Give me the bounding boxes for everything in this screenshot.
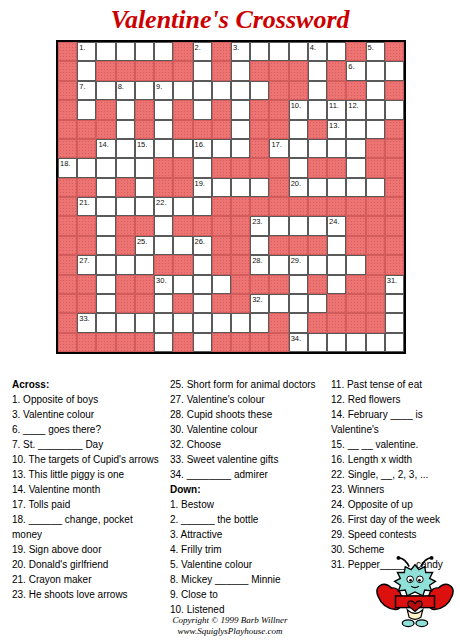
open-cell[interactable]	[366, 61, 385, 80]
open-cell[interactable]: 15.	[135, 139, 154, 158]
block-cell	[346, 294, 365, 313]
open-cell[interactable]	[173, 81, 192, 100]
open-cell[interactable]	[154, 333, 173, 352]
clue: 8. Mickey ______ Minnie	[170, 572, 322, 587]
clue-list-header: Down:	[170, 482, 322, 497]
open-cell[interactable]	[327, 42, 346, 61]
open-cell[interactable]: 11.	[327, 100, 346, 119]
open-cell[interactable]: 30.	[154, 275, 173, 294]
block-cell	[346, 313, 365, 332]
open-cell[interactable]	[289, 313, 308, 332]
open-cell[interactable]: 14.	[96, 139, 115, 158]
block-cell	[250, 139, 269, 158]
block-cell	[327, 313, 346, 332]
open-cell[interactable]	[135, 158, 154, 177]
open-cell[interactable]: 25.	[135, 236, 154, 255]
clue-column: Across:1. Opposite of boys3. Valentine c…	[12, 377, 162, 602]
clue: 22. Single, __, 2, 3, ...	[331, 467, 458, 482]
open-cell[interactable]	[385, 294, 404, 313]
open-cell[interactable]	[193, 61, 212, 80]
open-cell[interactable]: 7.	[77, 81, 96, 100]
open-cell[interactable]	[154, 216, 173, 235]
clue-number: 28.	[252, 256, 262, 265]
open-cell[interactable]	[96, 255, 115, 274]
block-cell	[212, 120, 231, 139]
open-cell[interactable]: 34.	[289, 333, 308, 352]
block-cell	[58, 197, 77, 216]
open-cell[interactable]: 27.	[77, 255, 96, 274]
clue-number: 20.	[291, 179, 301, 188]
block-cell	[58, 120, 77, 139]
open-cell[interactable]	[250, 313, 269, 332]
open-cell[interactable]	[250, 42, 269, 61]
open-cell[interactable]	[346, 255, 365, 274]
clue-number: 32.	[252, 295, 262, 304]
open-cell[interactable]: 21.	[77, 197, 96, 216]
crossword-page: Valentine's Crossword 1.2.3.4.5.6.7.8.9.…	[0, 0, 460, 644]
block-cell	[366, 197, 385, 216]
block-cell	[385, 216, 404, 235]
open-cell[interactable]	[346, 120, 365, 139]
open-cell[interactable]	[327, 139, 346, 158]
footer: Copyright © 1999 Barb Willner www.Squigl…	[0, 615, 460, 637]
open-cell[interactable]: 6.	[346, 61, 365, 80]
clue: 2. ______ the bottle	[170, 512, 322, 527]
clue: 29. Speed contests	[331, 527, 458, 542]
open-cell[interactable]	[346, 139, 365, 158]
block-cell	[366, 313, 385, 332]
block-cell	[289, 236, 308, 255]
open-cell[interactable]	[116, 158, 135, 177]
open-cell[interactable]	[308, 61, 327, 80]
clue-number: 16.	[195, 140, 205, 149]
open-cell[interactable]	[366, 100, 385, 119]
block-cell	[327, 197, 346, 216]
block-cell	[308, 275, 327, 294]
block-cell	[173, 333, 192, 352]
clue: 3. Valentine colour	[12, 407, 162, 422]
block-cell	[250, 158, 269, 177]
clue: 3. Attractive	[170, 527, 322, 542]
open-cell[interactable]	[308, 139, 327, 158]
open-cell[interactable]	[250, 81, 269, 100]
block-cell	[173, 216, 192, 235]
block-cell	[116, 294, 135, 313]
clue-number: 2.	[195, 43, 201, 52]
open-cell[interactable]	[308, 294, 327, 313]
block-cell	[173, 100, 192, 119]
open-cell[interactable]: 8.	[116, 81, 135, 100]
clue-number: 34.	[291, 334, 301, 343]
block-cell	[116, 236, 135, 255]
clue-number: 17.	[271, 140, 281, 149]
block-cell	[77, 294, 96, 313]
clue-number: 7.	[79, 82, 85, 91]
block-cell	[212, 216, 231, 235]
open-cell[interactable]	[346, 158, 365, 177]
open-cell[interactable]	[193, 255, 212, 274]
block-cell	[327, 61, 346, 80]
open-cell[interactable]: 3.	[231, 42, 250, 61]
open-cell[interactable]	[385, 333, 404, 352]
block-cell	[346, 42, 365, 61]
block-cell	[289, 61, 308, 80]
open-cell[interactable]	[231, 61, 250, 80]
open-cell[interactable]	[308, 216, 327, 235]
open-cell[interactable]	[289, 158, 308, 177]
clue: 9. Close to	[170, 587, 322, 602]
block-cell	[366, 139, 385, 158]
open-cell[interactable]: 22.	[154, 197, 173, 216]
open-cell[interactable]	[96, 81, 115, 100]
open-cell[interactable]	[135, 313, 154, 332]
open-cell[interactable]	[269, 216, 288, 235]
open-cell[interactable]	[77, 100, 96, 119]
block-cell	[58, 139, 77, 158]
block-cell	[308, 120, 327, 139]
open-cell[interactable]: 16.	[193, 139, 212, 158]
open-cell[interactable]: 19.	[193, 178, 212, 197]
block-cell	[346, 81, 365, 100]
clue-number: 8.	[118, 82, 124, 91]
clue: 5. Valentine colour	[170, 557, 322, 572]
open-cell[interactable]: 28.	[250, 255, 269, 274]
open-cell[interactable]	[116, 100, 135, 119]
block-cell	[135, 294, 154, 313]
block-cell	[385, 139, 404, 158]
block-cell	[135, 333, 154, 352]
open-cell[interactable]	[96, 158, 115, 177]
block-cell	[385, 158, 404, 177]
open-cell[interactable]: 4.	[308, 42, 327, 61]
open-cell[interactable]	[308, 255, 327, 274]
open-cell[interactable]: 2.	[193, 42, 212, 61]
open-cell[interactable]: 31.	[385, 275, 404, 294]
block-cell	[135, 61, 154, 80]
open-cell[interactable]	[193, 333, 212, 352]
block-cell	[212, 333, 231, 352]
open-cell[interactable]	[385, 100, 404, 119]
block-cell	[250, 61, 269, 80]
open-cell[interactable]	[96, 216, 115, 235]
open-cell[interactable]: 20.	[289, 178, 308, 197]
block-cell	[308, 313, 327, 332]
clue: 34. ________ admirer	[170, 467, 322, 482]
open-cell[interactable]	[193, 313, 212, 332]
open-cell[interactable]	[173, 139, 192, 158]
block-cell	[212, 236, 231, 255]
open-cell[interactable]	[327, 255, 346, 274]
clue: 21. Crayon maker	[12, 572, 162, 587]
open-cell[interactable]: 26.	[193, 236, 212, 255]
clue-number: 10.	[291, 101, 301, 110]
open-cell[interactable]	[135, 42, 154, 61]
block-cell	[173, 294, 192, 313]
open-cell[interactable]: 10.	[289, 100, 308, 119]
clue: 15. __ __ valentine.	[331, 437, 458, 452]
open-cell[interactable]	[269, 42, 288, 61]
block-cell	[193, 120, 212, 139]
open-cell[interactable]	[327, 333, 346, 352]
block-cell	[231, 216, 250, 235]
page-title: Valentine's Crossword	[0, 4, 460, 36]
clue-column: 25. Short form for animal doctors27. Val…	[170, 377, 322, 617]
open-cell[interactable]	[154, 100, 173, 119]
clue: 14. February ____ is Valentine's	[331, 407, 458, 437]
open-cell[interactable]	[289, 120, 308, 139]
open-cell[interactable]: 1.	[77, 42, 96, 61]
block-cell	[269, 100, 288, 119]
block-cell	[212, 255, 231, 274]
open-cell[interactable]	[193, 294, 212, 313]
open-cell[interactable]	[154, 236, 173, 255]
website-line: www.SquiglysPlayhouse.com	[0, 626, 460, 637]
clue-number: 33.	[79, 314, 89, 323]
block-cell	[116, 333, 135, 352]
block-cell	[366, 255, 385, 274]
open-cell[interactable]	[212, 275, 231, 294]
open-cell[interactable]	[327, 236, 346, 255]
clue: 23. Winners	[331, 482, 458, 497]
open-cell[interactable]	[96, 236, 115, 255]
block-cell	[231, 197, 250, 216]
open-cell[interactable]	[77, 61, 96, 80]
block-cell	[269, 236, 288, 255]
open-cell[interactable]: 9.	[154, 81, 173, 100]
open-cell[interactable]: 17.	[269, 139, 288, 158]
block-cell	[77, 178, 96, 197]
open-cell[interactable]	[289, 294, 308, 313]
block-cell	[212, 42, 231, 61]
block-cell	[173, 178, 192, 197]
block-cell	[346, 216, 365, 235]
open-cell[interactable]	[96, 178, 115, 197]
clue: 33. Sweet valentine gifts	[170, 452, 322, 467]
open-cell[interactable]	[327, 275, 346, 294]
open-cell[interactable]	[116, 139, 135, 158]
open-cell[interactable]: 5.	[366, 42, 385, 61]
open-cell[interactable]	[135, 81, 154, 100]
open-cell[interactable]	[173, 197, 192, 216]
open-cell[interactable]	[116, 120, 135, 139]
open-cell[interactable]: 24.	[327, 216, 346, 235]
open-cell[interactable]	[346, 333, 365, 352]
clue: 23. He shoots love arrows	[12, 587, 162, 602]
block-cell	[366, 216, 385, 235]
open-cell[interactable]	[346, 178, 365, 197]
block-cell	[58, 294, 77, 313]
block-cell	[154, 178, 173, 197]
open-cell[interactable]	[366, 178, 385, 197]
open-cell[interactable]	[308, 100, 327, 119]
block-cell	[250, 333, 269, 352]
block-cell	[135, 216, 154, 235]
open-cell[interactable]	[193, 275, 212, 294]
block-cell	[269, 313, 288, 332]
open-cell[interactable]	[116, 197, 135, 216]
open-cell[interactable]	[250, 178, 269, 197]
open-cell[interactable]: 12.	[346, 100, 365, 119]
block-cell	[154, 61, 173, 80]
clue-number: 5.	[368, 43, 374, 52]
open-cell[interactable]	[289, 42, 308, 61]
open-cell[interactable]	[96, 275, 115, 294]
block-cell	[58, 236, 77, 255]
block-cell	[269, 158, 288, 177]
open-cell[interactable]	[231, 100, 250, 119]
open-cell[interactable]	[212, 139, 231, 158]
block-cell	[366, 158, 385, 177]
block-cell	[173, 61, 192, 80]
block-cell	[385, 120, 404, 139]
open-cell[interactable]	[231, 313, 250, 332]
block-cell	[58, 275, 77, 294]
block-cell	[77, 216, 96, 235]
clue-number: 11.	[329, 101, 339, 110]
clue: 7. St. ________ Day	[12, 437, 162, 452]
clue-number: 14.	[98, 140, 108, 149]
block-cell	[154, 158, 173, 177]
clue: 1. Bestow	[170, 497, 322, 512]
copyright-line: Copyright © 1999 Barb Willner	[0, 615, 460, 626]
open-cell[interactable]	[154, 313, 173, 332]
open-cell[interactable]: 23.	[250, 216, 269, 235]
open-cell[interactable]	[173, 313, 192, 332]
open-cell[interactable]	[366, 81, 385, 100]
clue-number: 30.	[156, 276, 166, 285]
block-cell	[231, 158, 250, 177]
block-cell	[173, 158, 192, 177]
open-cell[interactable]	[212, 81, 231, 100]
open-cell[interactable]	[212, 178, 231, 197]
open-cell[interactable]: 29.	[289, 255, 308, 274]
block-cell	[77, 333, 96, 352]
open-cell[interactable]	[289, 275, 308, 294]
open-cell[interactable]	[135, 255, 154, 274]
open-cell[interactable]	[366, 333, 385, 352]
block-cell	[385, 81, 404, 100]
block-cell	[385, 197, 404, 216]
open-cell[interactable]: 13.	[327, 120, 346, 139]
block-cell	[193, 216, 212, 235]
block-cell	[77, 139, 96, 158]
open-cell[interactable]	[308, 81, 327, 100]
open-cell[interactable]	[250, 236, 269, 255]
open-cell[interactable]	[308, 333, 327, 352]
clue: 32. Choose	[170, 437, 322, 452]
block-cell	[250, 100, 269, 119]
open-cell[interactable]	[116, 313, 135, 332]
block-cell	[154, 255, 173, 274]
clue: 4. Frilly trim	[170, 542, 322, 557]
open-cell[interactable]	[96, 313, 115, 332]
block-cell	[366, 236, 385, 255]
open-cell[interactable]	[231, 178, 250, 197]
open-cell[interactable]	[366, 120, 385, 139]
clue-column: 11. Past tense of eat12. Red flowers14. …	[331, 377, 458, 572]
open-cell[interactable]	[193, 197, 212, 216]
block-cell	[366, 294, 385, 313]
open-cell[interactable]	[231, 139, 250, 158]
block-cell	[269, 120, 288, 139]
block-cell	[231, 255, 250, 274]
block-cell	[269, 275, 288, 294]
open-cell[interactable]	[173, 275, 192, 294]
open-cell[interactable]	[385, 313, 404, 332]
clue-number: 18.	[60, 159, 70, 168]
block-cell	[212, 158, 231, 177]
clue: 17. Tolls paid	[12, 497, 162, 512]
block-cell	[250, 120, 269, 139]
clue-number: 1.	[79, 43, 85, 52]
open-cell[interactable]	[193, 81, 212, 100]
open-cell[interactable]	[269, 294, 288, 313]
open-cell[interactable]: 32.	[250, 294, 269, 313]
open-cell[interactable]	[135, 197, 154, 216]
block-cell	[96, 100, 115, 119]
open-cell[interactable]	[154, 294, 173, 313]
clue-number: 21.	[79, 198, 89, 207]
clue: 12. Red flowers	[331, 392, 458, 407]
open-cell[interactable]	[289, 139, 308, 158]
block-cell	[346, 275, 365, 294]
clue-number: 19.	[195, 179, 205, 188]
clue: 26. First day of the week	[331, 512, 458, 527]
open-cell[interactable]	[96, 197, 115, 216]
clue-number: 4.	[310, 43, 316, 52]
open-cell[interactable]	[116, 255, 135, 274]
open-cell[interactable]	[289, 216, 308, 235]
open-cell[interactable]	[308, 178, 327, 197]
clue: 27. Valentine's colour	[170, 392, 322, 407]
open-cell[interactable]	[193, 158, 212, 177]
block-cell	[96, 120, 115, 139]
open-cell[interactable]	[96, 294, 115, 313]
clue: 14. Valentine month	[12, 482, 162, 497]
open-cell[interactable]	[193, 100, 212, 119]
block-cell	[366, 275, 385, 294]
open-cell[interactable]	[385, 61, 404, 80]
open-cell[interactable]	[231, 81, 250, 100]
block-cell	[58, 333, 77, 352]
block-cell	[135, 275, 154, 294]
open-cell[interactable]	[212, 313, 231, 332]
open-cell[interactable]	[116, 42, 135, 61]
crossword-grid: 1.2.3.4.5.6.7.8.9.10.11.12.13.14.15.16.1…	[56, 40, 406, 354]
block-cell	[269, 61, 288, 80]
open-cell[interactable]	[135, 178, 154, 197]
open-cell[interactable]	[77, 158, 96, 177]
open-cell[interactable]	[269, 255, 288, 274]
block-cell	[96, 61, 115, 80]
open-cell[interactable]	[154, 42, 173, 61]
open-cell[interactable]: 18.	[58, 158, 77, 177]
open-cell[interactable]	[154, 139, 173, 158]
open-cell[interactable]	[96, 42, 115, 61]
block-cell	[308, 197, 327, 216]
open-cell[interactable]: 33.	[77, 313, 96, 332]
open-cell[interactable]	[327, 178, 346, 197]
block-cell	[116, 61, 135, 80]
open-cell[interactable]	[231, 120, 250, 139]
block-cell	[58, 42, 77, 61]
clue-number: 13.	[329, 121, 339, 130]
open-cell[interactable]	[154, 120, 173, 139]
clue-number: 25.	[137, 237, 147, 246]
block-cell	[289, 197, 308, 216]
open-cell[interactable]	[173, 236, 192, 255]
block-cell	[135, 100, 154, 119]
